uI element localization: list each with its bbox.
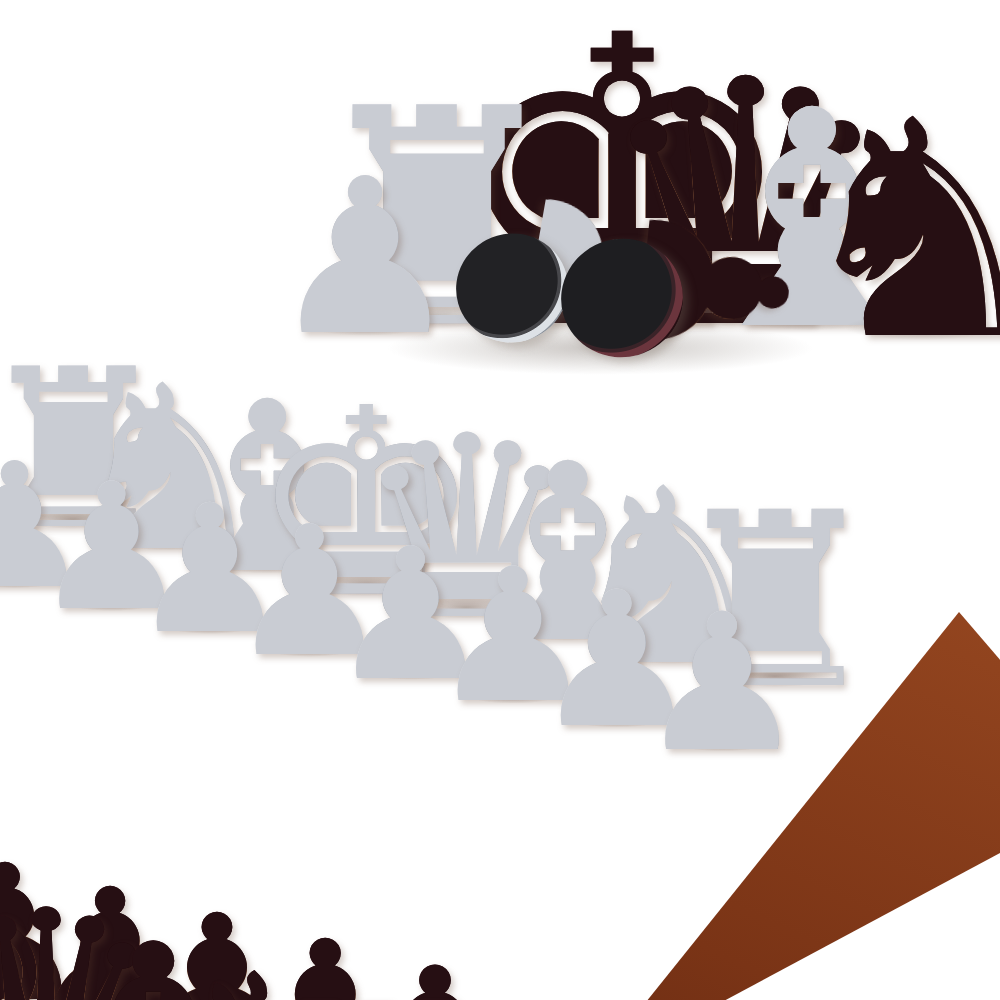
product-photo-stage: Luxury metal chess set on a folding rose…	[0, 0, 1000, 1000]
display-piece-white-pawn: ♟	[269, 150, 462, 365]
display-pieces-group: ♟♜♚♛♝♞♟♟	[0, 0, 1000, 1000]
